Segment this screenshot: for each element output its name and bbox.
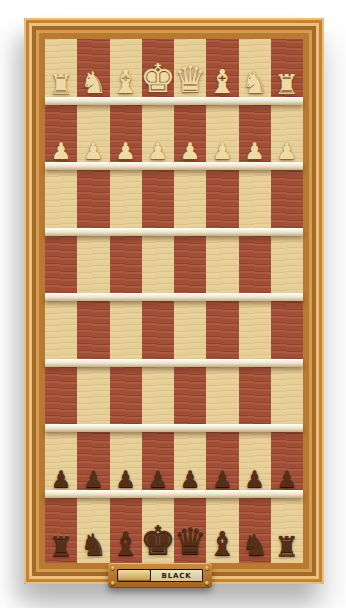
square-r6c4[interactable] <box>142 367 174 433</box>
square-r6c6[interactable] <box>206 367 238 433</box>
piece-wP[interactable]: ♟ <box>180 140 201 163</box>
square-r5c2[interactable] <box>77 301 109 367</box>
square-r2c1[interactable]: ♟ <box>45 105 77 171</box>
plaque-brass-slider[interactable] <box>118 570 150 581</box>
square-r8c8[interactable]: ♜ <box>271 498 303 564</box>
piece-bP[interactable]: ♟ <box>115 468 136 491</box>
piece-bP[interactable]: ♟ <box>51 468 72 491</box>
square-r1c6[interactable]: ♝ <box>206 39 238 105</box>
square-r1c1[interactable]: ♜ <box>45 39 77 105</box>
square-r5c1[interactable] <box>45 301 77 367</box>
piece-wP[interactable]: ♟ <box>244 140 265 163</box>
turn-indicator-label: BLACK <box>151 570 202 581</box>
piece-wK[interactable]: ♚ <box>140 58 176 98</box>
rank-4 <box>45 236 303 302</box>
square-r8c4[interactable]: ♚ <box>142 498 174 564</box>
square-r6c2[interactable] <box>77 367 109 433</box>
square-r3c2[interactable] <box>77 170 109 236</box>
square-r4c1[interactable] <box>45 236 77 302</box>
square-r8c7[interactable]: ♞ <box>239 498 271 564</box>
plaque-slot: BLACK <box>117 569 203 582</box>
square-r8c1[interactable]: ♜ <box>45 498 77 564</box>
piece-bB[interactable]: ♝ <box>111 527 141 560</box>
piece-bN[interactable]: ♞ <box>241 530 268 560</box>
piece-wN[interactable]: ♞ <box>80 68 107 98</box>
piece-bK[interactable]: ♚ <box>140 520 176 560</box>
square-r3c3[interactable] <box>110 170 142 236</box>
square-r8c3[interactable]: ♝ <box>110 498 142 564</box>
piece-bN[interactable]: ♞ <box>80 530 107 560</box>
piece-wP[interactable]: ♟ <box>212 140 233 163</box>
square-r1c3[interactable]: ♝ <box>110 39 142 105</box>
square-r1c7[interactable]: ♞ <box>239 39 271 105</box>
square-r7c2[interactable]: ♟ <box>77 432 109 498</box>
piece-bQ[interactable]: ♛ <box>174 523 207 560</box>
piece-wP[interactable]: ♟ <box>148 140 169 163</box>
square-r4c4[interactable] <box>142 236 174 302</box>
screw-icon <box>205 566 209 570</box>
piece-bP[interactable]: ♟ <box>180 468 201 491</box>
square-r5c8[interactable] <box>271 301 303 367</box>
square-r2c2[interactable]: ♟ <box>77 105 109 171</box>
piece-wP[interactable]: ♟ <box>115 140 136 163</box>
square-r7c3[interactable]: ♟ <box>110 432 142 498</box>
square-r2c7[interactable]: ♟ <box>239 105 271 171</box>
piece-bP[interactable]: ♟ <box>148 468 169 491</box>
square-r4c2[interactable] <box>77 236 109 302</box>
square-r6c3[interactable] <box>110 367 142 433</box>
photo-background: ♜♞♝♚♛♝♞♜♟♟♟♟♟♟♟♟♟♟♟♟♟♟♟♟♜♞♝♚♛♝♞♜ BLACK <box>0 0 346 608</box>
square-r3c5[interactable] <box>174 170 206 236</box>
square-r1c2[interactable]: ♞ <box>77 39 109 105</box>
square-r4c6[interactable] <box>206 236 238 302</box>
rank-6 <box>45 367 303 433</box>
piece-wR[interactable]: ♜ <box>49 71 73 98</box>
square-r3c6[interactable] <box>206 170 238 236</box>
square-r1c8[interactable]: ♜ <box>271 39 303 105</box>
rank-8: ♜♞♝♚♛♝♞♜ <box>45 498 303 564</box>
piece-wP[interactable]: ♟ <box>277 140 298 163</box>
rank-3 <box>45 170 303 236</box>
square-r6c5[interactable] <box>174 367 206 433</box>
square-r8c2[interactable]: ♞ <box>77 498 109 564</box>
screw-icon <box>111 566 115 570</box>
rank-5 <box>45 301 303 367</box>
piece-wQ[interactable]: ♛ <box>174 61 207 98</box>
square-r4c5[interactable] <box>174 236 206 302</box>
piece-wB[interactable]: ♝ <box>208 65 238 98</box>
piece-wB[interactable]: ♝ <box>111 65 141 98</box>
square-r3c7[interactable] <box>239 170 271 236</box>
piece-bR[interactable]: ♜ <box>275 533 299 560</box>
square-r5c4[interactable] <box>142 301 174 367</box>
square-r3c4[interactable] <box>142 170 174 236</box>
piece-bR[interactable]: ♜ <box>49 533 73 560</box>
square-r4c8[interactable] <box>271 236 303 302</box>
square-r6c7[interactable] <box>239 367 271 433</box>
square-r5c3[interactable] <box>110 301 142 367</box>
piece-bP[interactable]: ♟ <box>244 468 265 491</box>
square-r7c7[interactable]: ♟ <box>239 432 271 498</box>
rank-1: ♜♞♝♚♛♝♞♜ <box>45 39 303 105</box>
square-r7c8[interactable]: ♟ <box>271 432 303 498</box>
piece-bP[interactable]: ♟ <box>83 468 104 491</box>
piece-bB[interactable]: ♝ <box>208 527 238 560</box>
piece-wP[interactable]: ♟ <box>51 140 72 163</box>
piece-bP[interactable]: ♟ <box>212 468 233 491</box>
square-r2c4[interactable]: ♟ <box>142 105 174 171</box>
piece-wR[interactable]: ♜ <box>275 71 299 98</box>
turn-indicator-plaque[interactable]: BLACK <box>108 563 212 588</box>
square-r3c8[interactable] <box>271 170 303 236</box>
square-r6c8[interactable] <box>271 367 303 433</box>
screw-icon <box>205 581 209 585</box>
square-r2c6[interactable]: ♟ <box>206 105 238 171</box>
screw-icon <box>111 581 115 585</box>
square-r2c5[interactable]: ♟ <box>174 105 206 171</box>
square-r2c3[interactable]: ♟ <box>110 105 142 171</box>
square-r8c6[interactable]: ♝ <box>206 498 238 564</box>
square-r4c3[interactable] <box>110 236 142 302</box>
square-r5c6[interactable] <box>206 301 238 367</box>
chess-board: ♜♞♝♚♛♝♞♜♟♟♟♟♟♟♟♟♟♟♟♟♟♟♟♟♜♞♝♚♛♝♞♜ <box>45 39 303 563</box>
piece-wN[interactable]: ♞ <box>241 68 268 98</box>
piece-bP[interactable]: ♟ <box>277 468 298 491</box>
square-r6c1[interactable] <box>45 367 77 433</box>
square-r7c1[interactable]: ♟ <box>45 432 77 498</box>
square-r2c8[interactable]: ♟ <box>271 105 303 171</box>
rank-2: ♟♟♟♟♟♟♟♟ <box>45 105 303 171</box>
piece-wP[interactable]: ♟ <box>83 140 104 163</box>
square-r7c5[interactable]: ♟ <box>174 432 206 498</box>
square-r3c1[interactable] <box>45 170 77 236</box>
chess-board-frame: ♜♞♝♚♛♝♞♜♟♟♟♟♟♟♟♟♟♟♟♟♟♟♟♟♜♞♝♚♛♝♞♜ BLACK <box>24 18 324 584</box>
square-r5c5[interactable] <box>174 301 206 367</box>
square-r4c7[interactable] <box>239 236 271 302</box>
square-r5c7[interactable] <box>239 301 271 367</box>
square-r7c4[interactable]: ♟ <box>142 432 174 498</box>
square-r1c4[interactable]: ♚ <box>142 39 174 105</box>
square-r7c6[interactable]: ♟ <box>206 432 238 498</box>
square-r8c5[interactable]: ♛ <box>174 498 206 564</box>
square-r1c5[interactable]: ♛ <box>174 39 206 105</box>
rank-7: ♟♟♟♟♟♟♟♟ <box>45 432 303 498</box>
